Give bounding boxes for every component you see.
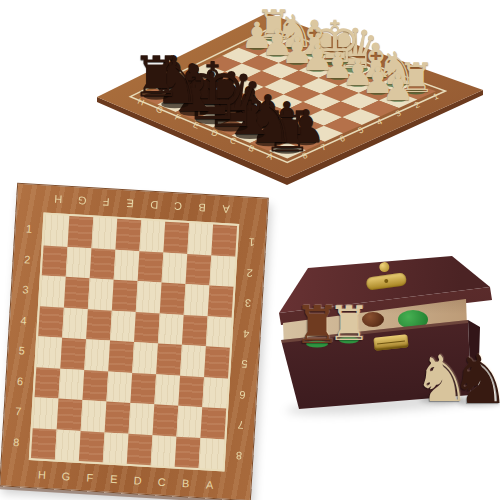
rank-label: 5 — [11, 335, 32, 367]
flat-square-a7 — [200, 407, 226, 439]
file-label: B — [190, 198, 215, 218]
flat-square-h6 — [35, 367, 61, 399]
flat-square-e4 — [110, 310, 136, 342]
flat-square-b6 — [178, 375, 204, 407]
flat-square-d1 — [139, 220, 165, 252]
flat-square-f6 — [82, 370, 108, 402]
flat-square-h4 — [38, 306, 64, 338]
flat-square-d6 — [130, 372, 156, 404]
flat-square-c2 — [162, 252, 188, 284]
flat-square-b5 — [180, 345, 206, 377]
flat-square-h7 — [33, 397, 59, 429]
flat-square-f8 — [79, 430, 105, 462]
rank-label: 8 — [229, 439, 250, 471]
file-label: D — [125, 470, 150, 490]
flat-square-f3 — [88, 278, 114, 310]
flat-square-a5 — [204, 346, 230, 378]
flat-square-c3 — [160, 283, 186, 315]
flat-square-b2 — [186, 254, 212, 286]
dark-rook-felt-base — [306, 341, 328, 348]
flat-square-b7 — [176, 406, 202, 438]
box-pieces-layer: ♜♜♞♞ — [272, 246, 500, 416]
file-label: F — [94, 192, 119, 212]
flat-square-h2 — [42, 245, 68, 277]
rank-label: 7 — [8, 396, 29, 428]
flat-square-g7 — [57, 399, 83, 431]
felt-base-c1 — [365, 74, 386, 80]
flat-board-grid — [31, 215, 237, 470]
file-label: D — [142, 195, 167, 215]
file-label: C — [166, 197, 191, 217]
dark-knight-shadow — [458, 398, 500, 407]
flat-square-h8 — [31, 428, 57, 460]
rank-label: 6 — [10, 365, 31, 397]
flat-square-c4 — [158, 313, 184, 345]
felt-base-c8 — [236, 131, 264, 139]
flat-square-c5 — [156, 343, 182, 375]
flat-square-g8 — [55, 429, 81, 461]
file-label: E — [101, 468, 126, 488]
flat-square-e2 — [114, 249, 140, 281]
rank-label: 7 — [230, 409, 251, 441]
angled-chessboard-with-pieces: HGFEDCBA12345678♜♞♝♛♚♝♞♜♟♟♟♟♟♟♟♟♟♟♟♟♟♟♟♟… — [74, 0, 500, 198]
flat-square-g6 — [59, 368, 85, 400]
flat-square-g4 — [62, 307, 88, 339]
flat-square-d3 — [136, 281, 162, 313]
rank-label: 1 — [241, 226, 262, 258]
board-cream-outline — [29, 212, 239, 471]
flat-square-f5 — [84, 339, 110, 371]
file-label: F — [77, 467, 102, 487]
flat-square-d7 — [129, 403, 155, 435]
flat-square-h5 — [36, 336, 62, 368]
felt-base-h8 — [144, 93, 169, 100]
rank-label: 4 — [13, 304, 34, 336]
file-label: G — [53, 466, 78, 486]
file-label: A — [213, 200, 238, 220]
rank-label: 2 — [17, 243, 38, 275]
flat-square-b1 — [187, 223, 213, 255]
flat-square-f7 — [81, 400, 107, 432]
angled-board-svg: HGFEDCBA12345678 — [74, 0, 500, 198]
chess-set-product-photo: { "game": "chess", "scene": "wooden tour… — [0, 0, 500, 500]
file-label: H — [29, 464, 54, 484]
felt-base-e1 — [322, 58, 348, 65]
flat-square-a4 — [206, 316, 232, 348]
rank-label: 2 — [239, 257, 260, 289]
rank-label: 6 — [232, 378, 253, 410]
flat-square-a3 — [208, 285, 234, 317]
flat-square-c6 — [154, 374, 180, 406]
file-label: G — [70, 191, 95, 211]
flat-square-a1 — [211, 224, 237, 256]
felt-base-a1 — [407, 89, 425, 94]
rank-label: 8 — [6, 426, 27, 458]
flat-square-c1 — [163, 222, 189, 254]
rank-label: 5 — [234, 348, 255, 380]
flat-square-f2 — [90, 248, 116, 280]
felt-base-f1 — [304, 51, 325, 57]
flat-square-e1 — [115, 219, 141, 251]
flat-square-f4 — [86, 309, 112, 341]
flat-square-e8 — [103, 432, 129, 464]
rank-label: 3 — [15, 274, 36, 306]
flat-square-g1 — [68, 216, 94, 248]
flat-square-c8 — [151, 435, 177, 467]
flat-square-g5 — [60, 338, 86, 370]
file-label: E — [118, 194, 143, 214]
flat-square-h1 — [44, 215, 70, 247]
flat-square-e6 — [106, 371, 132, 403]
flat-square-h3 — [40, 275, 66, 307]
flat-square-b4 — [182, 314, 208, 346]
rank-label: 4 — [236, 318, 257, 350]
felt-base-f8 — [180, 108, 208, 116]
flat-square-f1 — [92, 217, 118, 249]
file-label: H — [46, 190, 71, 210]
flat-square-e5 — [108, 341, 134, 373]
felt-base-d1 — [343, 66, 367, 73]
flat-square-b3 — [184, 284, 210, 316]
flat-square-g3 — [64, 277, 90, 309]
flat-chessboard: HGFEDCBA HGFEDCBA 12345678 12345678 — [0, 183, 269, 500]
flat-square-e7 — [105, 401, 131, 433]
flat-square-d5 — [132, 342, 158, 374]
file-label: C — [149, 471, 174, 491]
file-label: A — [197, 474, 222, 494]
felt-base-h1 — [265, 37, 283, 42]
rank-label: 1 — [19, 213, 40, 245]
flat-square-a8 — [199, 438, 225, 470]
flat-square-a6 — [202, 377, 228, 409]
flat-square-e3 — [112, 280, 138, 312]
storage-box: ♜♜♞♞ — [272, 246, 500, 416]
rank-label: 3 — [238, 287, 259, 319]
flat-square-d2 — [138, 251, 164, 283]
flat-square-d4 — [134, 312, 160, 344]
flat-square-b8 — [175, 436, 201, 468]
flat-square-g2 — [66, 246, 92, 278]
felt-base-a8 — [275, 147, 300, 154]
felt-base-e8 — [195, 115, 230, 125]
flat-square-d8 — [127, 433, 153, 465]
white-rook-felt-base — [339, 337, 359, 344]
file-label: B — [173, 473, 198, 493]
flat-square-c7 — [153, 404, 179, 436]
flat-square-a2 — [209, 255, 235, 287]
